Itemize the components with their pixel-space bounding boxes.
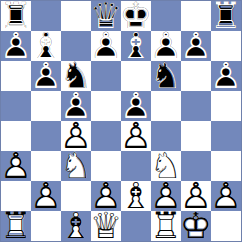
square-c4[interactable]: ♟♙ [61, 121, 91, 151]
square-e6[interactable] [121, 61, 151, 91]
square-f7[interactable]: ♟♙ [151, 31, 181, 61]
white-king-icon: ♚ [181, 211, 211, 241]
square-f6[interactable]: ♞♘ [151, 61, 181, 91]
piece-black-pawn: ♟♙ [211, 61, 241, 91]
square-h6[interactable]: ♟♙ [211, 61, 241, 91]
square-d3[interactable] [91, 151, 121, 181]
black-bishop-outline: ♗ [31, 31, 61, 61]
white-knight-outline: ♘ [61, 151, 91, 181]
piece-white-pawn: ♟♙ [91, 181, 121, 211]
white-knight-icon: ♞ [61, 151, 91, 181]
black-pawn-outline: ♙ [151, 31, 181, 61]
piece-white-rook: ♜♖ [151, 211, 181, 241]
black-rook-icon: ♜ [1, 1, 31, 31]
black-pawn-outline: ♙ [181, 31, 211, 61]
square-h7[interactable] [211, 31, 241, 61]
square-e7[interactable]: ♝♗ [121, 31, 151, 61]
square-h1[interactable] [211, 211, 241, 241]
square-d8[interactable]: ♛♕ [91, 1, 121, 31]
piece-white-pawn: ♟♙ [1, 151, 31, 181]
square-c7[interactable] [61, 31, 91, 61]
black-pawn-outline: ♙ [1, 31, 31, 61]
black-pawn-outline: ♙ [211, 61, 241, 91]
square-g2[interactable]: ♟♙ [181, 181, 211, 211]
piece-white-queen: ♛♕ [91, 211, 121, 241]
black-knight-outline: ♘ [151, 61, 181, 91]
black-pawn-outline: ♙ [61, 91, 91, 121]
square-d2[interactable]: ♟♙ [91, 181, 121, 211]
piece-black-rook: ♜♖ [211, 1, 241, 31]
black-queen-outline: ♕ [91, 1, 121, 31]
chess-board: ♜♖♛♕♚♔♜♖♟♙♝♗♟♙♝♗♟♙♟♙♟♙♞♘♞♘♟♙♟♙♟♙♟♙♟♙♟♙♞♘… [0, 0, 242, 242]
white-pawn-outline: ♙ [121, 121, 151, 151]
white-rook-outline: ♖ [1, 211, 31, 241]
black-pawn-icon: ♟ [121, 91, 151, 121]
piece-white-bishop: ♝♗ [61, 211, 91, 241]
square-a6[interactable] [1, 61, 31, 91]
square-g8[interactable] [181, 1, 211, 31]
square-b3[interactable] [31, 151, 61, 181]
white-pawn-outline: ♙ [1, 151, 31, 181]
white-pawn-icon: ♟ [121, 121, 151, 151]
piece-black-pawn: ♟♙ [61, 91, 91, 121]
square-e4[interactable]: ♟♙ [121, 121, 151, 151]
piece-white-rook: ♜♖ [1, 211, 31, 241]
square-d1[interactable]: ♛♕ [91, 211, 121, 241]
white-bishop-outline: ♗ [61, 211, 91, 241]
piece-white-pawn: ♟♙ [211, 181, 241, 211]
square-g4[interactable] [181, 121, 211, 151]
square-g5[interactable] [181, 91, 211, 121]
square-c5[interactable]: ♟♙ [61, 91, 91, 121]
white-rook-icon: ♜ [151, 211, 181, 241]
square-b5[interactable] [31, 91, 61, 121]
square-f2[interactable]: ♟♙ [151, 181, 181, 211]
square-h8[interactable]: ♜♖ [211, 1, 241, 31]
square-b8[interactable] [31, 1, 61, 31]
square-h2[interactable]: ♟♙ [211, 181, 241, 211]
square-f1[interactable]: ♜♖ [151, 211, 181, 241]
square-b7[interactable]: ♝♗ [31, 31, 61, 61]
white-pawn-icon: ♟ [91, 181, 121, 211]
black-pawn-icon: ♟ [61, 91, 91, 121]
piece-white-knight: ♞♘ [151, 151, 181, 181]
square-a4[interactable] [1, 121, 31, 151]
square-a8[interactable]: ♜♖ [1, 1, 31, 31]
black-rook-outline: ♖ [1, 1, 31, 31]
black-knight-icon: ♞ [61, 61, 91, 91]
white-pawn-outline: ♙ [91, 181, 121, 211]
white-rook-outline: ♖ [151, 211, 181, 241]
square-g3[interactable] [181, 151, 211, 181]
black-knight-icon: ♞ [151, 61, 181, 91]
square-a1[interactable]: ♜♖ [1, 211, 31, 241]
black-bishop-icon: ♝ [121, 31, 151, 61]
white-pawn-outline: ♙ [31, 181, 61, 211]
square-f3[interactable]: ♞♘ [151, 151, 181, 181]
black-king-outline: ♔ [121, 1, 151, 31]
white-king-outline: ♔ [181, 211, 211, 241]
white-pawn-icon: ♟ [181, 181, 211, 211]
white-queen-icon: ♛ [91, 211, 121, 241]
white-pawn-icon: ♟ [211, 181, 241, 211]
piece-white-king: ♚♔ [181, 211, 211, 241]
black-bishop-icon: ♝ [31, 31, 61, 61]
square-f8[interactable] [151, 1, 181, 31]
square-b4[interactable] [31, 121, 61, 151]
piece-white-pawn: ♟♙ [121, 121, 151, 151]
square-e2[interactable]: ♝♗ [121, 181, 151, 211]
square-e3[interactable] [121, 151, 151, 181]
white-bishop-outline: ♗ [121, 181, 151, 211]
square-h3[interactable] [211, 151, 241, 181]
white-pawn-icon: ♟ [31, 181, 61, 211]
square-c6[interactable]: ♞♘ [61, 61, 91, 91]
square-g7[interactable]: ♟♙ [181, 31, 211, 61]
black-pawn-icon: ♟ [1, 31, 31, 61]
piece-black-pawn: ♟♙ [91, 31, 121, 61]
square-c2[interactable] [61, 181, 91, 211]
square-d4[interactable] [91, 121, 121, 151]
black-rook-outline: ♖ [211, 1, 241, 31]
square-b6[interactable]: ♟♙ [31, 61, 61, 91]
black-bishop-outline: ♗ [121, 31, 151, 61]
square-d6[interactable] [91, 61, 121, 91]
square-a2[interactable] [1, 181, 31, 211]
square-c8[interactable] [61, 1, 91, 31]
square-c1[interactable]: ♝♗ [61, 211, 91, 241]
square-e5[interactable]: ♟♙ [121, 91, 151, 121]
white-pawn-outline: ♙ [181, 181, 211, 211]
piece-black-knight: ♞♘ [151, 61, 181, 91]
black-pawn-outline: ♙ [121, 91, 151, 121]
piece-black-knight: ♞♘ [61, 61, 91, 91]
black-pawn-icon: ♟ [31, 61, 61, 91]
square-a5[interactable] [1, 91, 31, 121]
white-knight-icon: ♞ [151, 151, 181, 181]
black-pawn-icon: ♟ [151, 31, 181, 61]
square-c3[interactable]: ♞♘ [61, 151, 91, 181]
square-d5[interactable] [91, 91, 121, 121]
piece-black-pawn: ♟♙ [31, 61, 61, 91]
piece-black-rook: ♜♖ [1, 1, 31, 31]
square-h5[interactable] [211, 91, 241, 121]
black-queen-icon: ♛ [91, 1, 121, 31]
piece-white-pawn: ♟♙ [151, 181, 181, 211]
white-pawn-outline: ♙ [211, 181, 241, 211]
piece-black-queen: ♛♕ [91, 1, 121, 31]
square-g6[interactable] [181, 61, 211, 91]
white-pawn-outline: ♙ [151, 181, 181, 211]
black-pawn-icon: ♟ [211, 61, 241, 91]
square-h4[interactable] [211, 121, 241, 151]
white-knight-outline: ♘ [151, 151, 181, 181]
piece-white-bishop: ♝♗ [121, 181, 151, 211]
piece-black-bishop: ♝♗ [121, 31, 151, 61]
black-knight-outline: ♘ [61, 61, 91, 91]
black-pawn-outline: ♙ [31, 61, 61, 91]
white-pawn-icon: ♟ [61, 121, 91, 151]
piece-black-pawn: ♟♙ [121, 91, 151, 121]
black-pawn-outline: ♙ [91, 31, 121, 61]
piece-white-knight: ♞♘ [61, 151, 91, 181]
square-d7[interactable]: ♟♙ [91, 31, 121, 61]
piece-black-pawn: ♟♙ [1, 31, 31, 61]
black-pawn-icon: ♟ [181, 31, 211, 61]
square-f5[interactable] [151, 91, 181, 121]
white-queen-outline: ♕ [91, 211, 121, 241]
square-f4[interactable] [151, 121, 181, 151]
white-bishop-icon: ♝ [61, 211, 91, 241]
black-king-icon: ♚ [121, 1, 151, 31]
square-e1[interactable] [121, 211, 151, 241]
piece-black-pawn: ♟♙ [151, 31, 181, 61]
black-pawn-icon: ♟ [91, 31, 121, 61]
white-bishop-icon: ♝ [121, 181, 151, 211]
square-g1[interactable]: ♚♔ [181, 211, 211, 241]
square-b2[interactable]: ♟♙ [31, 181, 61, 211]
piece-black-bishop: ♝♗ [31, 31, 61, 61]
white-pawn-outline: ♙ [61, 121, 91, 151]
square-b1[interactable] [31, 211, 61, 241]
piece-white-pawn: ♟♙ [181, 181, 211, 211]
white-pawn-icon: ♟ [1, 151, 31, 181]
square-a3[interactable]: ♟♙ [1, 151, 31, 181]
piece-black-king: ♚♔ [121, 1, 151, 31]
white-rook-icon: ♜ [1, 211, 31, 241]
piece-white-pawn: ♟♙ [31, 181, 61, 211]
piece-white-pawn: ♟♙ [61, 121, 91, 151]
square-a7[interactable]: ♟♙ [1, 31, 31, 61]
black-rook-icon: ♜ [211, 1, 241, 31]
square-e8[interactable]: ♚♔ [121, 1, 151, 31]
white-pawn-icon: ♟ [151, 181, 181, 211]
piece-black-pawn: ♟♙ [181, 31, 211, 61]
